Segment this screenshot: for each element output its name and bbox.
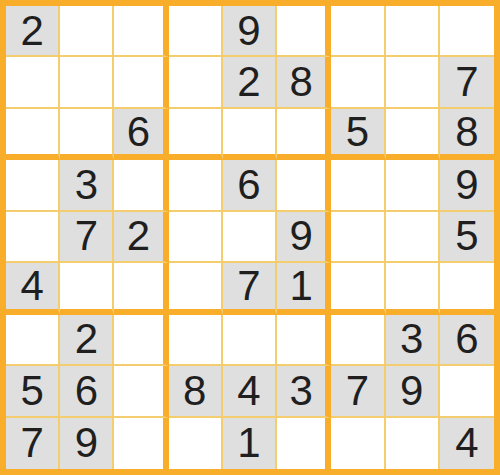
sudoku-empty-cell-r6c8[interactable] xyxy=(386,263,440,314)
sudoku-given-cell-r8c7[interactable]: 7 xyxy=(331,366,385,417)
sudoku-empty-cell-r3c4[interactable] xyxy=(169,109,223,160)
sudoku-given-cell-r5c3[interactable]: 2 xyxy=(114,212,168,263)
sudoku-given-cell-r9c2[interactable]: 9 xyxy=(60,418,114,469)
sudoku-given-cell-r3c9[interactable]: 8 xyxy=(440,109,494,160)
sudoku-empty-cell-r1c6[interactable] xyxy=(277,6,331,57)
sudoku-given-cell-r9c5[interactable]: 1 xyxy=(223,418,277,469)
sudoku-given-cell-r7c8[interactable]: 3 xyxy=(386,315,440,366)
sudoku-given-cell-r5c6[interactable]: 9 xyxy=(277,212,331,263)
sudoku-given-cell-r4c5[interactable]: 6 xyxy=(223,160,277,211)
sudoku-empty-cell-r5c7[interactable] xyxy=(331,212,385,263)
sudoku-given-cell-r3c7[interactable]: 5 xyxy=(331,109,385,160)
sudoku-given-cell-r2c5[interactable]: 2 xyxy=(223,57,277,108)
sudoku-board: 29287658369729547123656843797914 xyxy=(0,0,500,475)
sudoku-given-cell-r3c3[interactable]: 6 xyxy=(114,109,168,160)
sudoku-empty-cell-r6c4[interactable] xyxy=(169,263,223,314)
sudoku-empty-cell-r3c6[interactable] xyxy=(277,109,331,160)
sudoku-empty-cell-r6c3[interactable] xyxy=(114,263,168,314)
sudoku-empty-cell-r9c3[interactable] xyxy=(114,418,168,469)
sudoku-empty-cell-r1c4[interactable] xyxy=(169,6,223,57)
sudoku-given-cell-r6c5[interactable]: 7 xyxy=(223,263,277,314)
sudoku-given-cell-r2c6[interactable]: 8 xyxy=(277,57,331,108)
sudoku-given-cell-r8c4[interactable]: 8 xyxy=(169,366,223,417)
sudoku-given-cell-r9c9[interactable]: 4 xyxy=(440,418,494,469)
sudoku-empty-cell-r4c6[interactable] xyxy=(277,160,331,211)
sudoku-empty-cell-r4c3[interactable] xyxy=(114,160,168,211)
sudoku-empty-cell-r5c1[interactable] xyxy=(6,212,60,263)
sudoku-empty-cell-r5c4[interactable] xyxy=(169,212,223,263)
sudoku-empty-cell-r8c9[interactable] xyxy=(440,366,494,417)
sudoku-empty-cell-r3c8[interactable] xyxy=(386,109,440,160)
sudoku-empty-cell-r5c5[interactable] xyxy=(223,212,277,263)
sudoku-empty-cell-r4c7[interactable] xyxy=(331,160,385,211)
sudoku-empty-cell-r9c8[interactable] xyxy=(386,418,440,469)
sudoku-given-cell-r6c1[interactable]: 4 xyxy=(6,263,60,314)
sudoku-given-cell-r1c5[interactable]: 9 xyxy=(223,6,277,57)
sudoku-given-cell-r2c9[interactable]: 7 xyxy=(440,57,494,108)
sudoku-empty-cell-r6c9[interactable] xyxy=(440,263,494,314)
sudoku-empty-cell-r2c3[interactable] xyxy=(114,57,168,108)
sudoku-given-cell-r8c2[interactable]: 6 xyxy=(60,366,114,417)
sudoku-given-cell-r4c2[interactable]: 3 xyxy=(60,160,114,211)
sudoku-given-cell-r8c1[interactable]: 5 xyxy=(6,366,60,417)
sudoku-given-cell-r9c1[interactable]: 7 xyxy=(6,418,60,469)
sudoku-empty-cell-r2c8[interactable] xyxy=(386,57,440,108)
sudoku-empty-cell-r7c4[interactable] xyxy=(169,315,223,366)
sudoku-empty-cell-r1c8[interactable] xyxy=(386,6,440,57)
sudoku-given-cell-r5c2[interactable]: 7 xyxy=(60,212,114,263)
sudoku-given-cell-r1c1[interactable]: 2 xyxy=(6,6,60,57)
sudoku-empty-cell-r7c1[interactable] xyxy=(6,315,60,366)
sudoku-empty-cell-r8c3[interactable] xyxy=(114,366,168,417)
sudoku-given-cell-r5c9[interactable]: 5 xyxy=(440,212,494,263)
sudoku-empty-cell-r7c3[interactable] xyxy=(114,315,168,366)
sudoku-empty-cell-r4c4[interactable] xyxy=(169,160,223,211)
sudoku-empty-cell-r7c6[interactable] xyxy=(277,315,331,366)
sudoku-empty-cell-r7c7[interactable] xyxy=(331,315,385,366)
sudoku-empty-cell-r2c1[interactable] xyxy=(6,57,60,108)
sudoku-empty-cell-r2c2[interactable] xyxy=(60,57,114,108)
sudoku-empty-cell-r6c7[interactable] xyxy=(331,263,385,314)
sudoku-empty-cell-r6c2[interactable] xyxy=(60,263,114,314)
sudoku-given-cell-r8c5[interactable]: 4 xyxy=(223,366,277,417)
sudoku-empty-cell-r1c9[interactable] xyxy=(440,6,494,57)
sudoku-given-cell-r8c8[interactable]: 9 xyxy=(386,366,440,417)
sudoku-empty-cell-r7c5[interactable] xyxy=(223,315,277,366)
sudoku-empty-cell-r3c5[interactable] xyxy=(223,109,277,160)
sudoku-empty-cell-r2c4[interactable] xyxy=(169,57,223,108)
sudoku-empty-cell-r9c7[interactable] xyxy=(331,418,385,469)
sudoku-empty-cell-r1c2[interactable] xyxy=(60,6,114,57)
sudoku-given-cell-r4c9[interactable]: 9 xyxy=(440,160,494,211)
sudoku-empty-cell-r4c1[interactable] xyxy=(6,160,60,211)
sudoku-empty-cell-r3c2[interactable] xyxy=(60,109,114,160)
sudoku-empty-cell-r1c7[interactable] xyxy=(331,6,385,57)
sudoku-given-cell-r7c2[interactable]: 2 xyxy=(60,315,114,366)
sudoku-empty-cell-r2c7[interactable] xyxy=(331,57,385,108)
sudoku-empty-cell-r5c8[interactable] xyxy=(386,212,440,263)
sudoku-given-cell-r8c6[interactable]: 3 xyxy=(277,366,331,417)
sudoku-empty-cell-r9c4[interactable] xyxy=(169,418,223,469)
sudoku-empty-cell-r3c1[interactable] xyxy=(6,109,60,160)
sudoku-empty-cell-r4c8[interactable] xyxy=(386,160,440,211)
sudoku-empty-cell-r9c6[interactable] xyxy=(277,418,331,469)
sudoku-empty-cell-r1c3[interactable] xyxy=(114,6,168,57)
sudoku-given-cell-r7c9[interactable]: 6 xyxy=(440,315,494,366)
sudoku-given-cell-r6c6[interactable]: 1 xyxy=(277,263,331,314)
